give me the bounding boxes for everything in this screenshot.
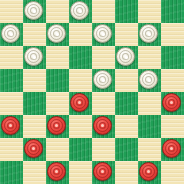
board-square-r0c0[interactable] bbox=[0, 0, 23, 23]
board-square-r5c3[interactable] bbox=[69, 115, 92, 138]
board-square-r5c5[interactable] bbox=[115, 115, 138, 138]
piece-core bbox=[122, 53, 129, 60]
checker-piece-red[interactable] bbox=[139, 162, 158, 181]
piece-core bbox=[53, 30, 60, 37]
board-square-r1c4[interactable] bbox=[92, 23, 115, 46]
board-square-r3c5[interactable] bbox=[115, 69, 138, 92]
checker-piece-white[interactable] bbox=[24, 47, 43, 66]
board-square-r1c5[interactable] bbox=[115, 23, 138, 46]
board-square-r6c6[interactable] bbox=[138, 138, 161, 161]
piece-core bbox=[145, 30, 152, 37]
checker-piece-white[interactable] bbox=[139, 24, 158, 43]
board-square-r7c0[interactable] bbox=[0, 161, 23, 184]
checker-piece-white[interactable] bbox=[47, 24, 66, 43]
checker-piece-white[interactable] bbox=[70, 1, 89, 20]
checker-piece-white[interactable] bbox=[24, 1, 43, 20]
board-square-r0c6[interactable] bbox=[138, 0, 161, 23]
board-square-r3c7[interactable] bbox=[161, 69, 184, 92]
board-square-r7c3[interactable] bbox=[69, 161, 92, 184]
piece-core bbox=[7, 30, 14, 37]
board-square-r2c5[interactable] bbox=[115, 46, 138, 69]
board-square-r4c1[interactable] bbox=[23, 92, 46, 115]
board-square-r2c7[interactable] bbox=[161, 46, 184, 69]
board-square-r7c6[interactable] bbox=[138, 161, 161, 184]
piece-core bbox=[145, 76, 152, 83]
piece-core bbox=[30, 145, 37, 152]
piece-core bbox=[168, 145, 175, 152]
checker-piece-white[interactable] bbox=[93, 24, 112, 43]
board-square-r0c4[interactable] bbox=[92, 0, 115, 23]
board-square-r6c2[interactable] bbox=[46, 138, 69, 161]
board-square-r0c2[interactable] bbox=[46, 0, 69, 23]
board-square-r2c4[interactable] bbox=[92, 46, 115, 69]
board-square-r1c6[interactable] bbox=[138, 23, 161, 46]
piece-core bbox=[7, 122, 14, 129]
board-square-r3c6[interactable] bbox=[138, 69, 161, 92]
board-square-r3c1[interactable] bbox=[23, 69, 46, 92]
board-square-r3c2[interactable] bbox=[46, 69, 69, 92]
board-square-r7c1[interactable] bbox=[23, 161, 46, 184]
board-square-r6c4[interactable] bbox=[92, 138, 115, 161]
board-square-r0c1[interactable] bbox=[23, 0, 46, 23]
piece-core bbox=[145, 168, 152, 175]
checker-piece-red[interactable] bbox=[47, 116, 66, 135]
piece-core bbox=[99, 168, 106, 175]
piece-core bbox=[99, 30, 106, 37]
checker-piece-red[interactable] bbox=[70, 93, 89, 112]
board-square-r1c1[interactable] bbox=[23, 23, 46, 46]
checker-piece-red[interactable] bbox=[162, 139, 181, 158]
board-square-r4c0[interactable] bbox=[0, 92, 23, 115]
board-square-r7c2[interactable] bbox=[46, 161, 69, 184]
board-square-r2c1[interactable] bbox=[23, 46, 46, 69]
board-square-r3c0[interactable] bbox=[0, 69, 23, 92]
board-square-r5c4[interactable] bbox=[92, 115, 115, 138]
board-square-r7c5[interactable] bbox=[115, 161, 138, 184]
piece-core bbox=[30, 7, 37, 14]
piece-core bbox=[99, 76, 106, 83]
piece-core bbox=[30, 53, 37, 60]
checkers-board bbox=[0, 0, 184, 184]
board-square-r5c0[interactable] bbox=[0, 115, 23, 138]
checker-piece-white[interactable] bbox=[116, 47, 135, 66]
checker-piece-white[interactable] bbox=[93, 70, 112, 89]
board-square-r6c7[interactable] bbox=[161, 138, 184, 161]
board-square-r6c0[interactable] bbox=[0, 138, 23, 161]
board-square-r4c5[interactable] bbox=[115, 92, 138, 115]
board-square-r2c6[interactable] bbox=[138, 46, 161, 69]
board-square-r7c7[interactable] bbox=[161, 161, 184, 184]
board-square-r3c3[interactable] bbox=[69, 69, 92, 92]
piece-core bbox=[76, 99, 83, 106]
checker-piece-red[interactable] bbox=[162, 93, 181, 112]
board-square-r4c7[interactable] bbox=[161, 92, 184, 115]
board-square-r0c7[interactable] bbox=[161, 0, 184, 23]
board-square-r6c1[interactable] bbox=[23, 138, 46, 161]
checker-piece-white[interactable] bbox=[1, 24, 20, 43]
board-square-r1c2[interactable] bbox=[46, 23, 69, 46]
board-square-r7c4[interactable] bbox=[92, 161, 115, 184]
board-square-r4c4[interactable] bbox=[92, 92, 115, 115]
board-square-r1c0[interactable] bbox=[0, 23, 23, 46]
board-square-r6c5[interactable] bbox=[115, 138, 138, 161]
checker-piece-red[interactable] bbox=[47, 162, 66, 181]
board-square-r1c3[interactable] bbox=[69, 23, 92, 46]
board-square-r3c4[interactable] bbox=[92, 69, 115, 92]
piece-core bbox=[76, 7, 83, 14]
checker-piece-red[interactable] bbox=[93, 162, 112, 181]
board-square-r2c0[interactable] bbox=[0, 46, 23, 69]
board-square-r5c1[interactable] bbox=[23, 115, 46, 138]
checker-piece-red[interactable] bbox=[93, 116, 112, 135]
checker-piece-red[interactable] bbox=[24, 139, 43, 158]
piece-core bbox=[53, 122, 60, 129]
board-square-r0c3[interactable] bbox=[69, 0, 92, 23]
piece-core bbox=[99, 122, 106, 129]
board-square-r5c2[interactable] bbox=[46, 115, 69, 138]
piece-core bbox=[53, 168, 60, 175]
board-square-r1c7[interactable] bbox=[161, 23, 184, 46]
board-square-r5c7[interactable] bbox=[161, 115, 184, 138]
board-square-r4c6[interactable] bbox=[138, 92, 161, 115]
board-square-r0c5[interactable] bbox=[115, 0, 138, 23]
board-square-r5c6[interactable] bbox=[138, 115, 161, 138]
board-square-r6c3[interactable] bbox=[69, 138, 92, 161]
board-square-r2c2[interactable] bbox=[46, 46, 69, 69]
board-square-r4c3[interactable] bbox=[69, 92, 92, 115]
board-square-r4c2[interactable] bbox=[46, 92, 69, 115]
checker-piece-white[interactable] bbox=[139, 70, 158, 89]
board-square-r2c3[interactable] bbox=[69, 46, 92, 69]
checker-piece-red[interactable] bbox=[1, 116, 20, 135]
piece-core bbox=[168, 99, 175, 106]
